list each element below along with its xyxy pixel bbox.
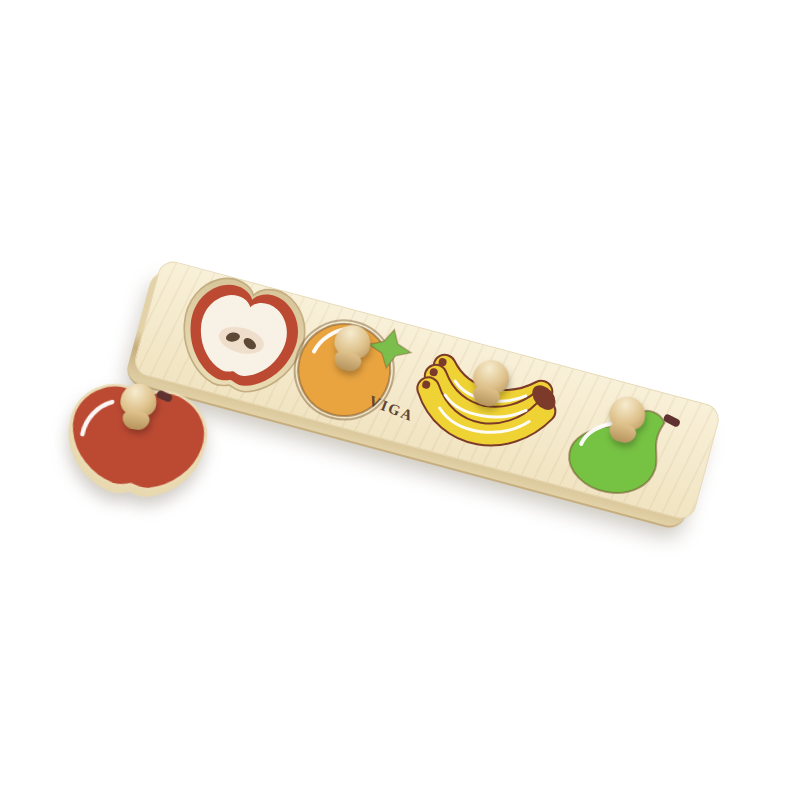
apple-piece-removed[interactable] (53, 372, 224, 511)
product-photo: VIGA (0, 0, 800, 800)
puzzle-board: VIGA (131, 258, 722, 522)
apple-knob[interactable] (116, 381, 160, 432)
knob-base (121, 410, 150, 432)
pear-stem (662, 413, 681, 428)
